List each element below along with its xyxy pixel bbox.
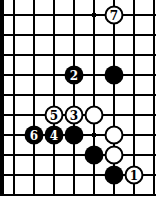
white-stone-S2: 1 [125, 166, 144, 185]
white-stone-R3 [105, 146, 124, 165]
go-board: 7253641 [0, 0, 165, 205]
white-stone-P5: 3 [65, 106, 84, 125]
star-point-Q4 [92, 133, 96, 137]
grid-hline [0, 94, 156, 96]
black-stone-P4 [65, 126, 84, 145]
board-left-edge [0, 0, 4, 196]
grid-hline [0, 14, 156, 16]
white-stone-R4 [105, 126, 124, 145]
black-stone-N4: 6 [25, 126, 44, 145]
black-stone-Q3 [85, 146, 104, 165]
grid-vline [73, 0, 75, 196]
grid-vline [13, 0, 15, 196]
grid-hline [0, 194, 156, 196]
grid-hline [0, 54, 156, 56]
grid-vline [53, 0, 55, 196]
black-stone-P7: 2 [65, 66, 84, 85]
grid-vline [93, 0, 95, 196]
black-stone-R2 [105, 166, 124, 185]
white-stone-Q5 [85, 106, 104, 125]
grid-vline [153, 0, 155, 196]
grid-vline [33, 0, 35, 196]
grid-hline [0, 34, 156, 36]
black-stone-O4: 4 [45, 126, 64, 145]
white-stone-R10: 7 [105, 6, 124, 25]
grid-hline [0, 154, 156, 156]
star-point-Q10 [92, 13, 96, 17]
black-stone-R7 [105, 66, 124, 85]
white-stone-O5: 5 [45, 106, 64, 125]
